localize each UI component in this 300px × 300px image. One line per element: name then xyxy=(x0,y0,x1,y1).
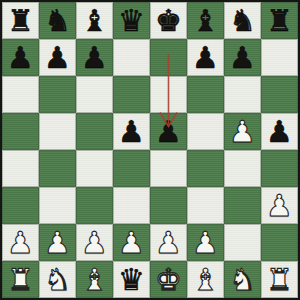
piece-black-queen-d1[interactable]: ♛ xyxy=(118,265,145,295)
piece-black-rook-h8[interactable]: ♜ xyxy=(266,6,293,36)
square-c7[interactable]: ♟ xyxy=(76,39,113,76)
square-h6[interactable] xyxy=(261,76,298,113)
square-g6[interactable] xyxy=(224,76,261,113)
square-e3[interactable] xyxy=(150,187,187,224)
square-e1[interactable]: ♚ xyxy=(150,261,187,298)
piece-white-pawn-c2[interactable]: ♟ xyxy=(81,228,108,258)
piece-white-bishop-c1[interactable]: ♝ xyxy=(81,265,108,295)
piece-black-pawn-d5[interactable]: ♟ xyxy=(118,117,145,147)
square-c4[interactable] xyxy=(76,150,113,187)
square-a1[interactable]: ♜ xyxy=(2,261,39,298)
square-d2[interactable]: ♟ xyxy=(113,224,150,261)
piece-black-pawn-c7[interactable]: ♟ xyxy=(81,43,108,73)
piece-white-knight-g1[interactable]: ♞ xyxy=(229,265,256,295)
piece-white-knight-b1[interactable]: ♞ xyxy=(44,265,71,295)
piece-white-pawn-b2[interactable]: ♟ xyxy=(44,228,71,258)
square-b2[interactable]: ♟ xyxy=(39,224,76,261)
square-b6[interactable] xyxy=(39,76,76,113)
square-d6[interactable] xyxy=(113,76,150,113)
piece-black-knight-g8[interactable]: ♞ xyxy=(229,6,256,36)
square-b5[interactable] xyxy=(39,113,76,150)
piece-black-pawn-g7[interactable]: ♟ xyxy=(229,43,256,73)
square-a8[interactable]: ♜ xyxy=(2,2,39,39)
square-a2[interactable]: ♟ xyxy=(2,224,39,261)
piece-white-king-e1[interactable]: ♚ xyxy=(155,265,182,295)
piece-white-pawn-d2[interactable]: ♟ xyxy=(118,228,145,258)
square-d1[interactable]: ♛ xyxy=(113,261,150,298)
square-e4[interactable] xyxy=(150,150,187,187)
square-g7[interactable]: ♟ xyxy=(224,39,261,76)
square-f4[interactable] xyxy=(187,150,224,187)
square-g4[interactable] xyxy=(224,150,261,187)
piece-white-rook-a1[interactable]: ♜ xyxy=(7,265,34,295)
square-h4[interactable] xyxy=(261,150,298,187)
square-d8[interactable]: ♛ xyxy=(113,2,150,39)
square-a6[interactable] xyxy=(2,76,39,113)
piece-white-pawn-e2[interactable]: ♟ xyxy=(155,228,182,258)
piece-black-pawn-a7[interactable]: ♟ xyxy=(7,43,34,73)
square-c6[interactable] xyxy=(76,76,113,113)
square-b7[interactable]: ♟ xyxy=(39,39,76,76)
square-e5[interactable]: ♟ xyxy=(150,113,187,150)
square-a3[interactable] xyxy=(2,187,39,224)
piece-black-pawn-e5[interactable]: ♟ xyxy=(155,117,182,147)
piece-black-queen-d8[interactable]: ♛ xyxy=(118,6,145,36)
piece-white-rook-h1[interactable]: ♜ xyxy=(266,265,293,295)
square-d3[interactable] xyxy=(113,187,150,224)
square-f6[interactable] xyxy=(187,76,224,113)
square-e6[interactable] xyxy=(150,76,187,113)
square-f2[interactable]: ♟ xyxy=(187,224,224,261)
square-h7[interactable] xyxy=(261,39,298,76)
square-c8[interactable]: ♝ xyxy=(76,2,113,39)
piece-black-bishop-f8[interactable]: ♝ xyxy=(192,6,219,36)
square-b4[interactable] xyxy=(39,150,76,187)
square-e7[interactable] xyxy=(150,39,187,76)
square-c1[interactable]: ♝ xyxy=(76,261,113,298)
square-g2[interactable] xyxy=(224,224,261,261)
piece-white-pawn-h3[interactable]: ♟ xyxy=(266,191,293,221)
piece-black-knight-b8[interactable]: ♞ xyxy=(44,6,71,36)
square-c5[interactable] xyxy=(76,113,113,150)
square-g5[interactable]: ♟ xyxy=(224,113,261,150)
square-f7[interactable]: ♟ xyxy=(187,39,224,76)
piece-black-king-e8[interactable]: ♚ xyxy=(155,6,182,36)
square-g8[interactable]: ♞ xyxy=(224,2,261,39)
piece-black-rook-a8[interactable]: ♜ xyxy=(7,6,34,36)
square-h8[interactable]: ♜ xyxy=(261,2,298,39)
square-e2[interactable]: ♟ xyxy=(150,224,187,261)
square-d7[interactable] xyxy=(113,39,150,76)
square-f3[interactable] xyxy=(187,187,224,224)
square-e8[interactable]: ♚ xyxy=(150,2,187,39)
square-f8[interactable]: ♝ xyxy=(187,2,224,39)
square-b8[interactable]: ♞ xyxy=(39,2,76,39)
piece-black-bishop-c8[interactable]: ♝ xyxy=(81,6,108,36)
piece-black-pawn-f7[interactable]: ♟ xyxy=(192,43,219,73)
square-h1[interactable]: ♜ xyxy=(261,261,298,298)
piece-white-pawn-f2[interactable]: ♟ xyxy=(192,228,219,258)
square-c2[interactable]: ♟ xyxy=(76,224,113,261)
square-a4[interactable] xyxy=(2,150,39,187)
square-c3[interactable] xyxy=(76,187,113,224)
square-h3[interactable]: ♟ xyxy=(261,187,298,224)
square-g1[interactable]: ♞ xyxy=(224,261,261,298)
square-f1[interactable]: ♝ xyxy=(187,261,224,298)
square-f5[interactable] xyxy=(187,113,224,150)
piece-white-bishop-f1[interactable]: ♝ xyxy=(192,265,219,295)
square-a5[interactable] xyxy=(2,113,39,150)
square-b3[interactable] xyxy=(39,187,76,224)
chess-board: ♜♞♝♛♚♝♞♜♟♟♟♟♟♟♟♟♟♟♟♟♟♟♟♟♜♞♝♛♚♝♞♜ xyxy=(0,0,300,300)
piece-black-pawn-h5[interactable]: ♟ xyxy=(266,117,293,147)
piece-white-pawn-g5[interactable]: ♟ xyxy=(229,117,256,147)
square-d5[interactable]: ♟ xyxy=(113,113,150,150)
piece-white-pawn-a2[interactable]: ♟ xyxy=(7,228,34,258)
square-g3[interactable] xyxy=(224,187,261,224)
square-d4[interactable] xyxy=(113,150,150,187)
square-h5[interactable]: ♟ xyxy=(261,113,298,150)
square-a7[interactable]: ♟ xyxy=(2,39,39,76)
piece-black-pawn-b7[interactable]: ♟ xyxy=(44,43,71,73)
square-h2[interactable] xyxy=(261,224,298,261)
square-b1[interactable]: ♞ xyxy=(39,261,76,298)
